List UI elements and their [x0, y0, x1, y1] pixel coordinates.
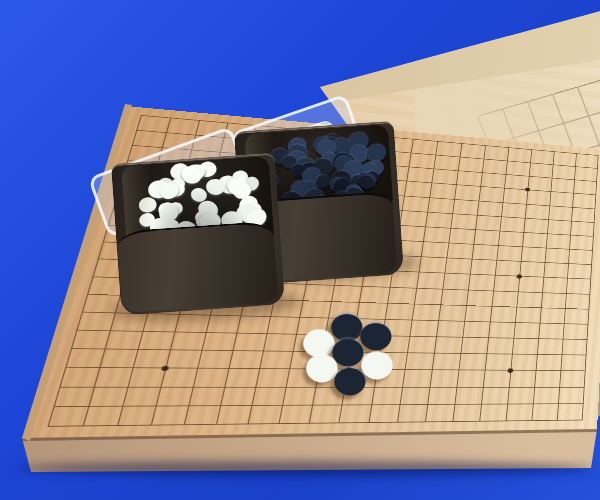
cluster-stone-black: ● [332, 361, 368, 397]
photo-scene: ●●●●●●●●●●●●●●●●●●●●●●●●●●●●●●●●●●●●●●●●… [0, 0, 600, 500]
stone-cluster: ●●●●●●● [0, 0, 600, 500]
